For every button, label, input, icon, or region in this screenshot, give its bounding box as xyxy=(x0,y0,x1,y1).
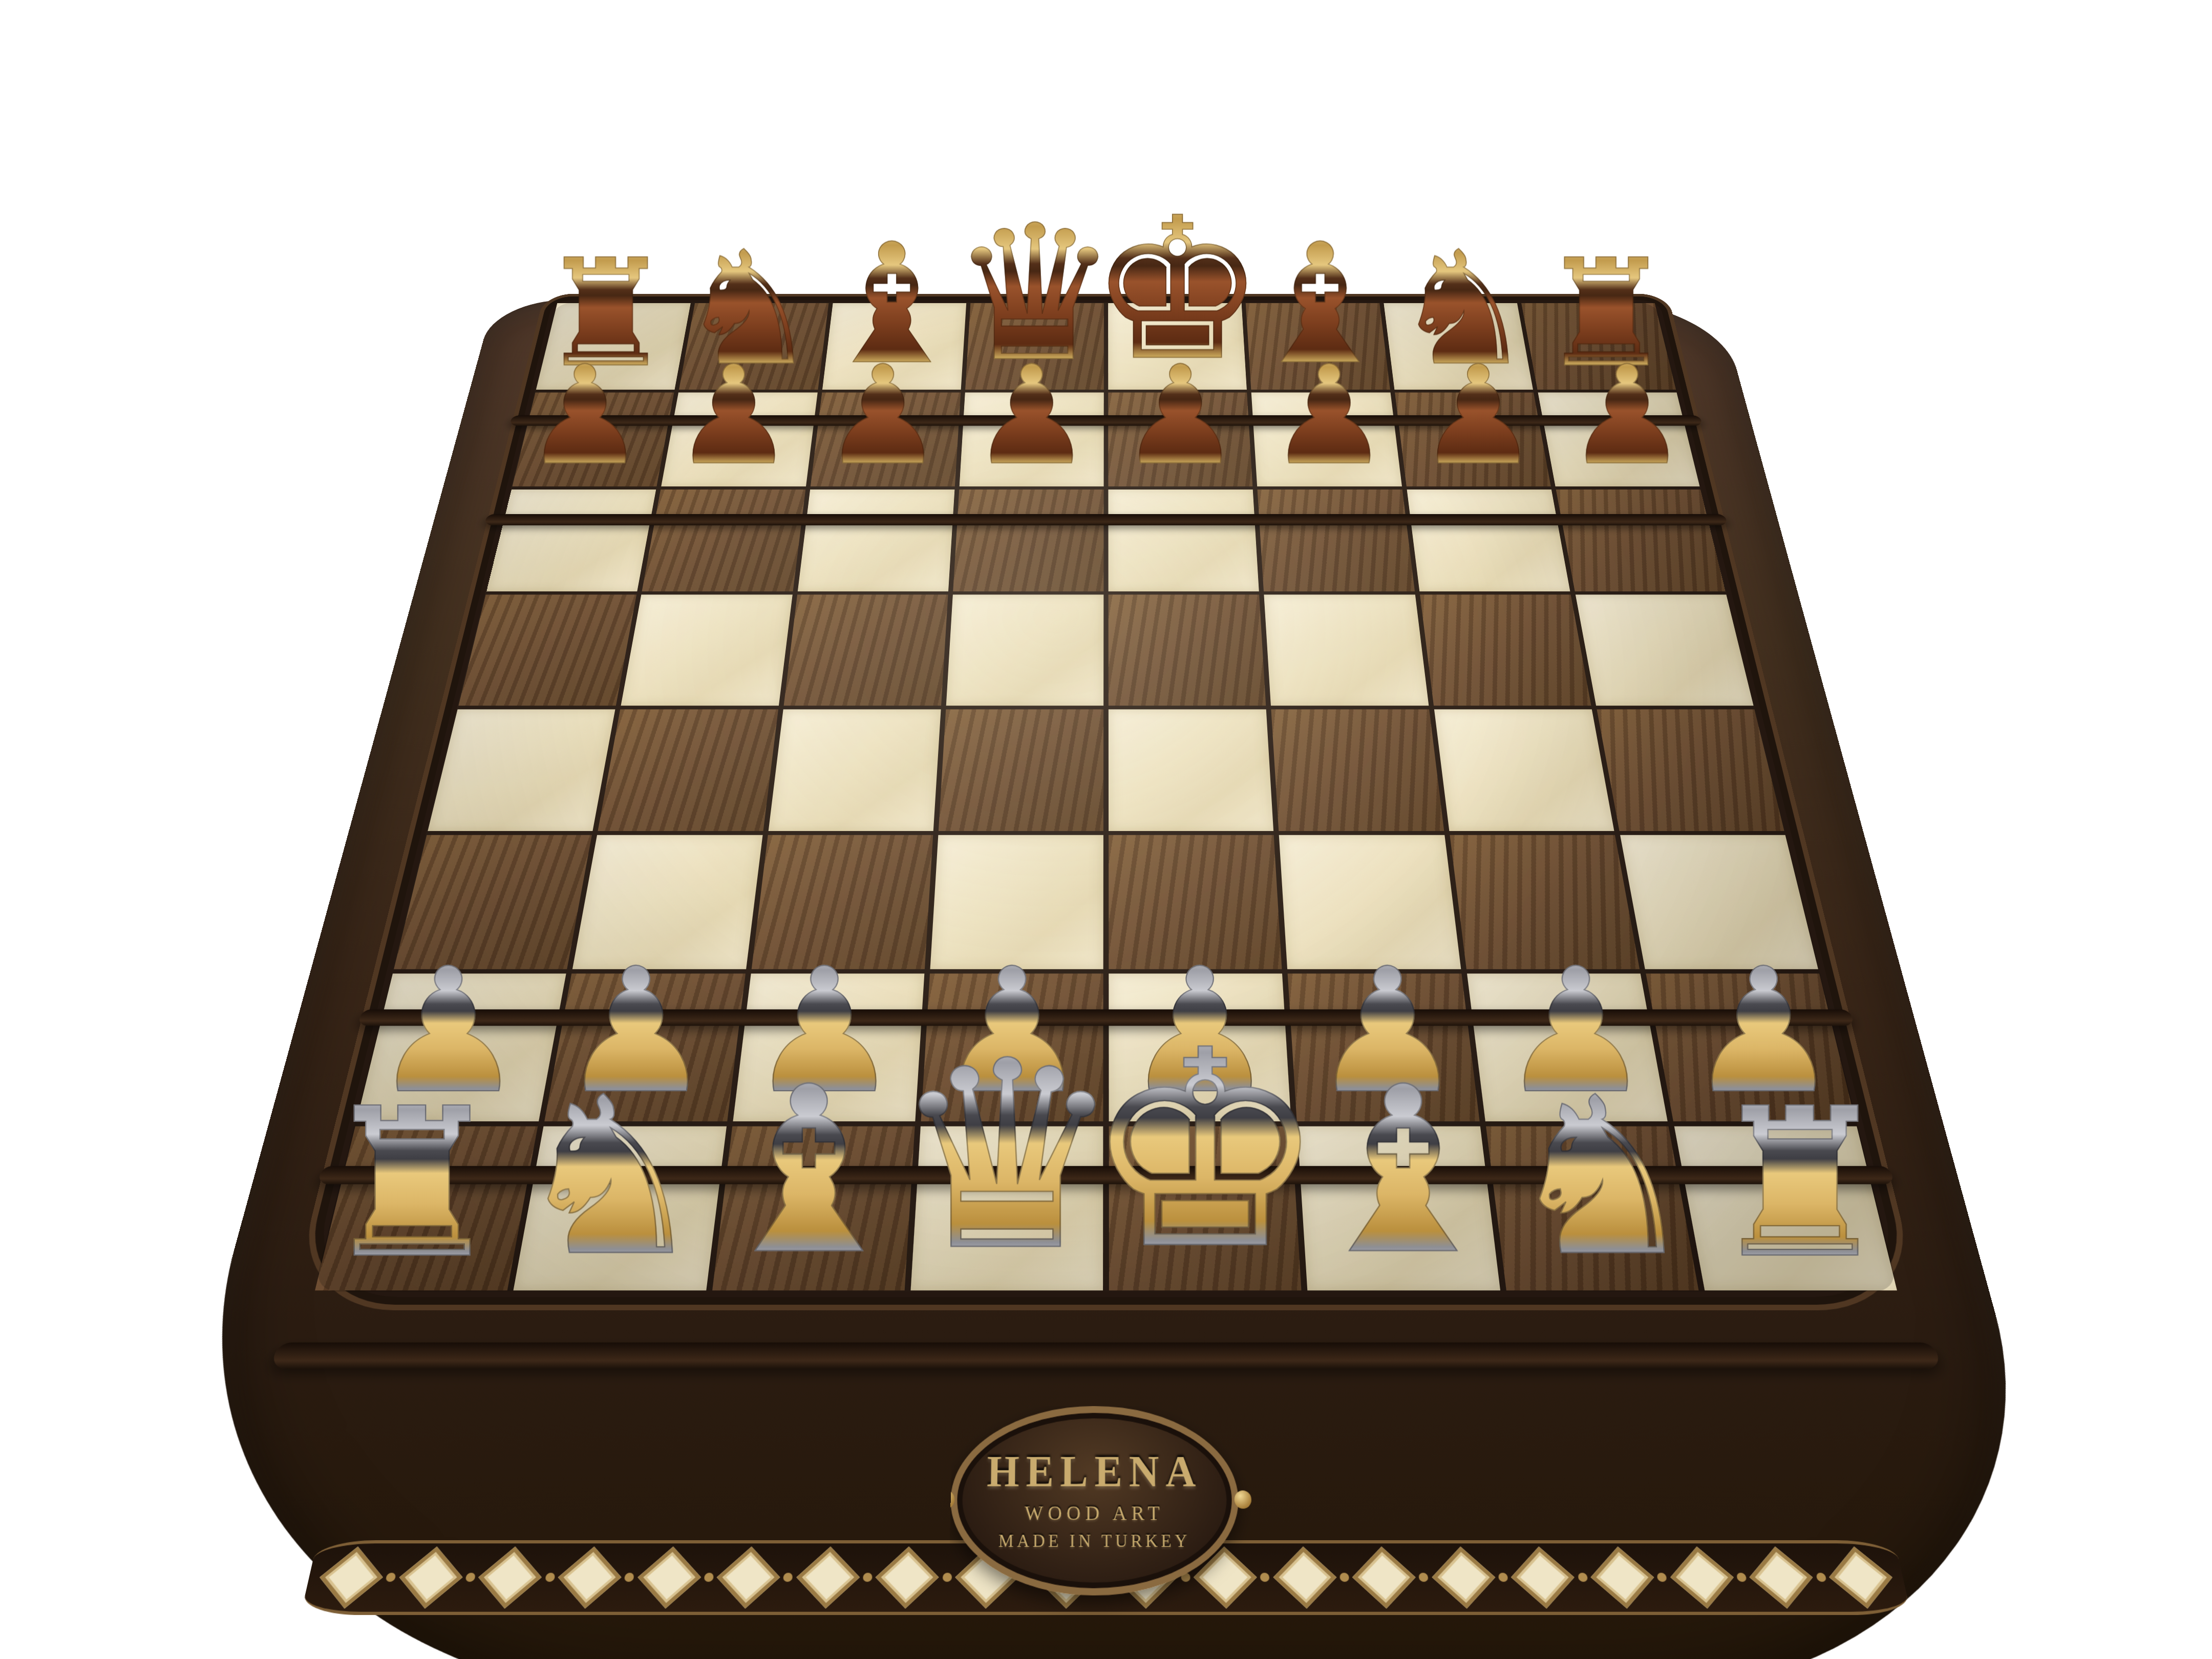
inlay-dot xyxy=(1815,1573,1826,1582)
square-d1[interactable]: ♛ xyxy=(910,1126,1103,1291)
inlay-dot xyxy=(1339,1573,1349,1582)
square-c4[interactable] xyxy=(768,710,941,832)
piece-black-pawn[interactable]: ♟ xyxy=(673,348,795,484)
square-f1[interactable]: ♝ xyxy=(1298,1126,1500,1291)
product-photo: ♜♞♝♛♚♝♞♜♟♟♟♟♟♟♟♟♟♟♟♟♟♟♟♟♜♞♝♛♚♝♞♜ HELENA … xyxy=(0,0,2212,1659)
square-c6[interactable] xyxy=(797,490,954,591)
square-b1[interactable]: ♞ xyxy=(514,1126,727,1291)
square-f4[interactable] xyxy=(1271,710,1444,832)
diamond-inlay xyxy=(320,1547,383,1609)
square-a1[interactable]: ♜ xyxy=(315,1126,538,1291)
inlay-dot xyxy=(465,1573,476,1582)
piece-black-pawn[interactable]: ♟ xyxy=(1119,348,1241,484)
chess-board-grid: ♜♞♝♛♚♝♞♜♟♟♟♟♟♟♟♟♟♟♟♟♟♟♟♟♜♞♝♛♚♝♞♜ xyxy=(306,300,1906,1297)
brand-badge: HELENA WOOD ART MADE IN TURKEY xyxy=(949,1406,1240,1596)
step-riser xyxy=(271,1343,1941,1369)
badge-pin xyxy=(938,1491,955,1509)
piece-white-rook[interactable]: ♜ xyxy=(320,1081,504,1286)
inlay-dot xyxy=(624,1573,634,1582)
square-h1[interactable]: ♜ xyxy=(1674,1126,1897,1291)
diamond-inlay xyxy=(1432,1547,1495,1609)
square-a6[interactable] xyxy=(486,490,656,591)
square-g5[interactable] xyxy=(1420,594,1591,706)
inlay-dot xyxy=(863,1573,873,1582)
board-stage: ♜♞♝♛♚♝♞♜♟♟♟♟♟♟♟♟♟♟♟♟♟♟♟♟♜♞♝♛♚♝♞♜ HELENA … xyxy=(0,0,2212,1659)
badge-brand: HELENA xyxy=(987,1449,1202,1495)
diamond-inlay xyxy=(1352,1547,1416,1609)
piece-black-pawn[interactable]: ♟ xyxy=(1268,348,1390,484)
square-b6[interactable] xyxy=(642,490,805,591)
piece-black-pawn[interactable]: ♟ xyxy=(1417,348,1539,484)
square-d5[interactable] xyxy=(946,594,1103,706)
square-a5[interactable] xyxy=(458,594,636,706)
inlay-dot xyxy=(1498,1573,1508,1582)
piece-black-pawn[interactable]: ♟ xyxy=(524,348,646,484)
square-g7[interactable]: ♟ xyxy=(1395,393,1551,486)
board-front-rim: HELENA WOOD ART MADE IN TURKEY xyxy=(112,1347,2100,1659)
diamond-inlay xyxy=(478,1547,542,1609)
step-riser xyxy=(484,514,1728,525)
inlay-dot xyxy=(1419,1573,1429,1582)
square-h5[interactable] xyxy=(1576,594,1754,706)
piece-white-rook[interactable]: ♜ xyxy=(1708,1081,1892,1286)
square-b5[interactable] xyxy=(621,594,793,706)
piece-black-pawn[interactable]: ♟ xyxy=(1566,348,1688,484)
badge-line3: MADE IN TURKEY xyxy=(998,1530,1190,1552)
diamond-inlay xyxy=(1591,1547,1654,1609)
diamond-inlay xyxy=(796,1547,860,1609)
chess-board: ♜♞♝♛♚♝♞♜♟♟♟♟♟♟♟♟♟♟♟♟♟♟♟♟♜♞♝♛♚♝♞♜ HELENA … xyxy=(129,277,2083,1635)
square-d6[interactable] xyxy=(953,490,1104,591)
square-h6[interactable] xyxy=(1556,490,1725,591)
square-h4[interactable] xyxy=(1597,710,1784,832)
square-f5[interactable] xyxy=(1264,594,1429,706)
diamond-inlay xyxy=(637,1547,701,1609)
square-e1[interactable]: ♚ xyxy=(1109,1126,1302,1291)
piece-white-knight[interactable]: ♞ xyxy=(1504,1069,1699,1286)
square-e6[interactable] xyxy=(1108,490,1259,591)
square-c7[interactable]: ♟ xyxy=(810,393,961,486)
diamond-inlay xyxy=(1511,1547,1575,1609)
square-c5[interactable] xyxy=(783,594,948,706)
inlay-dot xyxy=(1260,1573,1270,1582)
square-e5[interactable] xyxy=(1109,594,1266,706)
diamond-inlay xyxy=(717,1547,780,1609)
inlay-dot xyxy=(1657,1573,1668,1582)
square-g6[interactable] xyxy=(1407,490,1570,591)
square-f6[interactable] xyxy=(1258,490,1415,591)
square-d7[interactable]: ♟ xyxy=(959,393,1103,486)
piece-white-king[interactable]: ♚ xyxy=(1083,1014,1327,1286)
badge-pin xyxy=(1234,1491,1251,1509)
inlay-dot xyxy=(386,1573,397,1582)
diamond-inlay xyxy=(1750,1547,1813,1609)
diamond-inlay xyxy=(876,1547,939,1609)
diamond-inlay xyxy=(399,1547,462,1609)
piece-white-knight[interactable]: ♞ xyxy=(513,1069,708,1286)
square-c1[interactable]: ♝ xyxy=(712,1126,915,1291)
diamond-inlay xyxy=(558,1547,622,1609)
inlay-dot xyxy=(1578,1573,1588,1582)
square-f7[interactable]: ♟ xyxy=(1251,393,1402,486)
board-base: ♜♞♝♛♚♝♞♜♟♟♟♟♟♟♟♟♟♟♟♟♟♟♟♟♜♞♝♛♚♝♞♜ HELENA … xyxy=(112,300,2100,1659)
square-a4[interactable] xyxy=(428,710,615,832)
square-h7[interactable]: ♟ xyxy=(1538,393,1699,486)
diamond-inlay xyxy=(1670,1547,1734,1609)
inlay-dot xyxy=(1736,1573,1747,1582)
diamond-inlay xyxy=(1829,1547,1892,1609)
diamond-inlay xyxy=(1273,1547,1336,1609)
badge-line2: WOOD ART xyxy=(1025,1501,1164,1525)
piece-black-pawn[interactable]: ♟ xyxy=(822,348,944,484)
inlay-dot xyxy=(704,1573,714,1582)
square-e4[interactable] xyxy=(1109,710,1274,832)
square-b4[interactable] xyxy=(598,710,778,832)
square-e7[interactable]: ♟ xyxy=(1108,393,1252,486)
square-g4[interactable] xyxy=(1434,710,1614,832)
inlay-dot xyxy=(544,1573,555,1582)
square-a7[interactable]: ♟ xyxy=(513,393,674,486)
inlay-dot xyxy=(942,1573,952,1582)
piece-black-pawn[interactable]: ♟ xyxy=(971,348,1093,484)
piece-white-bishop[interactable]: ♝ xyxy=(1301,1057,1506,1286)
square-d4[interactable] xyxy=(939,710,1104,832)
inlay-dot xyxy=(783,1573,794,1582)
square-b7[interactable]: ♟ xyxy=(662,393,818,486)
piece-white-bishop[interactable]: ♝ xyxy=(706,1057,911,1286)
square-g1[interactable]: ♞ xyxy=(1485,1126,1698,1291)
